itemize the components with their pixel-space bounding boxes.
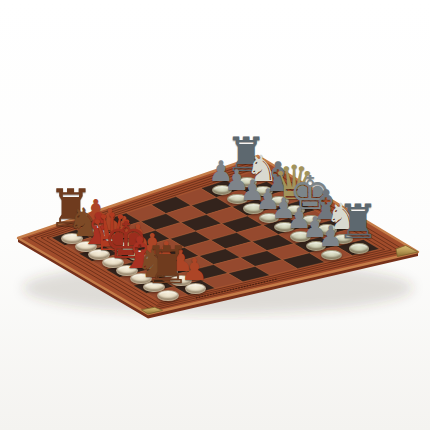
pieces-layer: ♜♞♝♛♚♝♞♜♟♟♟♟♟♟♟♟♟♟♟♟♟♟♟♟♜♞♝♛♚♝♞♜ bbox=[0, 0, 430, 430]
chess-board: ♜♞♝♛♚♝♞♜♟♟♟♟♟♟♟♟♟♟♟♟♟♟♟♟♜♞♝♛♚♝♞♜ bbox=[0, 0, 430, 430]
scene: ♜♞♝♛♚♝♞♜♟♟♟♟♟♟♟♟♟♟♟♟♟♟♟♟♜♞♝♛♚♝♞♜ bbox=[0, 0, 430, 430]
rook-glyph: ♜ bbox=[116, 240, 219, 291]
pawn-glyph: ♟ bbox=[302, 223, 359, 251]
